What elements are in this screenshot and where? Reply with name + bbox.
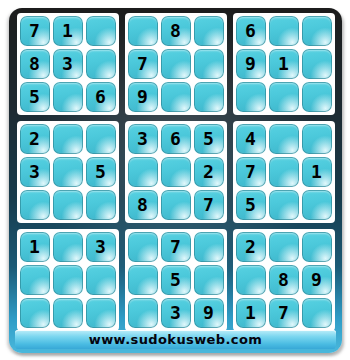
- cell-r2c3[interactable]: [86, 49, 116, 79]
- cell-r9c7[interactable]: 1: [236, 298, 266, 328]
- cell-r4c9[interactable]: [302, 124, 332, 154]
- block-8: 28917: [233, 229, 335, 331]
- cell-r4c8[interactable]: [269, 124, 299, 154]
- cell-r3c9[interactable]: [302, 82, 332, 112]
- cell-r9c6[interactable]: 9: [194, 298, 224, 328]
- cell-r4c2[interactable]: [53, 124, 83, 154]
- cell-r3c3[interactable]: 6: [86, 82, 116, 112]
- cell-r3c8[interactable]: [269, 82, 299, 112]
- cell-r1c8[interactable]: [269, 16, 299, 46]
- cell-r5c9[interactable]: 1: [302, 157, 332, 187]
- cell-r3c7[interactable]: [236, 82, 266, 112]
- block-7: 7539: [125, 229, 227, 331]
- cell-r2c7[interactable]: 9: [236, 49, 266, 79]
- cell-r1c9[interactable]: [302, 16, 332, 46]
- block-2: 691: [233, 13, 335, 115]
- cell-r9c2[interactable]: [53, 298, 83, 328]
- block-3: 235: [17, 121, 119, 223]
- cell-r8c6[interactable]: [194, 265, 224, 295]
- cell-r6c3[interactable]: [86, 190, 116, 220]
- cell-r3c5[interactable]: [161, 82, 191, 112]
- cell-r3c6[interactable]: [194, 82, 224, 112]
- cell-r5c8[interactable]: [269, 157, 299, 187]
- cell-r1c5[interactable]: 8: [161, 16, 191, 46]
- cell-r8c3[interactable]: [86, 265, 116, 295]
- cell-r7c1[interactable]: 1: [20, 232, 50, 262]
- cell-r4c6[interactable]: 5: [194, 124, 224, 154]
- cell-r2c4[interactable]: 7: [128, 49, 158, 79]
- cell-r1c1[interactable]: 7: [20, 16, 50, 46]
- sudoku-board: 718356 879 691 235 365287 4715 13 7539 2…: [9, 8, 342, 353]
- cell-r9c4[interactable]: [128, 298, 158, 328]
- cell-r8c9[interactable]: 9: [302, 265, 332, 295]
- cell-r2c2[interactable]: 3: [53, 49, 83, 79]
- cell-r9c9[interactable]: [302, 298, 332, 328]
- cell-r9c3[interactable]: [86, 298, 116, 328]
- block-0: 718356: [17, 13, 119, 115]
- cell-r3c4[interactable]: 9: [128, 82, 158, 112]
- cell-r2c1[interactable]: 8: [20, 49, 50, 79]
- cell-r1c2[interactable]: 1: [53, 16, 83, 46]
- cell-r5c3[interactable]: 5: [86, 157, 116, 187]
- cell-r1c7[interactable]: 6: [236, 16, 266, 46]
- cell-r6c6[interactable]: 7: [194, 190, 224, 220]
- cell-r6c2[interactable]: [53, 190, 83, 220]
- cell-r9c8[interactable]: 7: [269, 298, 299, 328]
- cell-r6c5[interactable]: [161, 190, 191, 220]
- block-1: 879: [125, 13, 227, 115]
- cell-r3c2[interactable]: [53, 82, 83, 112]
- cell-r4c7[interactable]: 4: [236, 124, 266, 154]
- cell-r4c3[interactable]: [86, 124, 116, 154]
- cell-r7c6[interactable]: [194, 232, 224, 262]
- cell-r7c5[interactable]: 7: [161, 232, 191, 262]
- cell-r2c5[interactable]: [161, 49, 191, 79]
- cell-r6c4[interactable]: 8: [128, 190, 158, 220]
- cell-r9c5[interactable]: 3: [161, 298, 191, 328]
- cell-r5c2[interactable]: [53, 157, 83, 187]
- cell-r7c9[interactable]: [302, 232, 332, 262]
- cell-r5c5[interactable]: [161, 157, 191, 187]
- cell-r4c4[interactable]: 3: [128, 124, 158, 154]
- cell-r1c4[interactable]: [128, 16, 158, 46]
- cell-r6c8[interactable]: [269, 190, 299, 220]
- cell-r8c5[interactable]: 5: [161, 265, 191, 295]
- cell-r8c1[interactable]: [20, 265, 50, 295]
- cell-r8c8[interactable]: 8: [269, 265, 299, 295]
- cell-r7c3[interactable]: 3: [86, 232, 116, 262]
- cell-r5c6[interactable]: 2: [194, 157, 224, 187]
- cell-r6c1[interactable]: [20, 190, 50, 220]
- cell-r2c6[interactable]: [194, 49, 224, 79]
- cell-r1c3[interactable]: [86, 16, 116, 46]
- cell-r5c1[interactable]: 3: [20, 157, 50, 187]
- cell-r5c7[interactable]: 7: [236, 157, 266, 187]
- sudoku-grid: 718356 879 691 235 365287 4715 13 7539 2…: [9, 8, 342, 331]
- cell-r9c1[interactable]: [20, 298, 50, 328]
- cell-r8c2[interactable]: [53, 265, 83, 295]
- cell-r4c1[interactable]: 2: [20, 124, 50, 154]
- block-6: 13: [17, 229, 119, 331]
- cell-r2c9[interactable]: [302, 49, 332, 79]
- cell-r3c1[interactable]: 5: [20, 82, 50, 112]
- footer-band: www.sudokusweb.com: [15, 330, 336, 349]
- cell-r6c7[interactable]: 5: [236, 190, 266, 220]
- cell-r8c4[interactable]: [128, 265, 158, 295]
- cell-r2c8[interactable]: 1: [269, 49, 299, 79]
- cell-r8c7[interactable]: [236, 265, 266, 295]
- cell-r7c4[interactable]: [128, 232, 158, 262]
- cell-r5c4[interactable]: [128, 157, 158, 187]
- cell-r7c7[interactable]: 2: [236, 232, 266, 262]
- cell-r1c6[interactable]: [194, 16, 224, 46]
- block-4: 365287: [125, 121, 227, 223]
- website-url: www.sudokusweb.com: [89, 332, 262, 347]
- cell-r7c8[interactable]: [269, 232, 299, 262]
- cell-r4c5[interactable]: 6: [161, 124, 191, 154]
- block-5: 4715: [233, 121, 335, 223]
- cell-r6c9[interactable]: [302, 190, 332, 220]
- cell-r7c2[interactable]: [53, 232, 83, 262]
